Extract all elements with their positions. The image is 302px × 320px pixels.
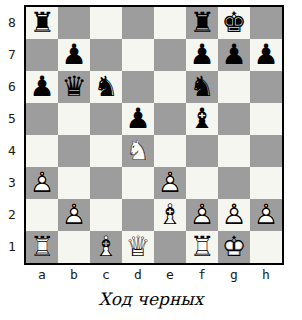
black-knight-icon: ♞ (90, 71, 122, 103)
square-a6[interactable]: ♟ (26, 71, 58, 103)
rank-label-5: 5 (0, 103, 24, 135)
white-pawn-icon: ♟♙ (218, 199, 250, 231)
white-king-icon: ♚♔ (218, 231, 250, 263)
square-d6[interactable] (122, 71, 154, 103)
black-rook-icon: ♜ (26, 7, 58, 39)
square-e7[interactable] (154, 39, 186, 71)
white-knight-icon: ♞♘ (122, 135, 154, 167)
white-queen-icon: ♛♕ (122, 231, 154, 263)
square-c1[interactable]: ♝♗ (90, 231, 122, 263)
square-h5[interactable] (250, 103, 282, 135)
white-pawn-icon: ♟♙ (250, 199, 282, 231)
square-b5[interactable] (58, 103, 90, 135)
white-pawn-icon: ♟♙ (26, 167, 58, 199)
square-f6[interactable]: ♞ (186, 71, 218, 103)
square-b4[interactable] (58, 135, 90, 167)
square-c3[interactable] (90, 167, 122, 199)
file-label-e: e (154, 265, 186, 285)
file-label-h: h (250, 265, 282, 285)
square-e2[interactable]: ♝♗ (154, 199, 186, 231)
rank-label-8: 8 (0, 7, 24, 39)
file-label-b: b (58, 265, 90, 285)
black-pawn-icon: ♟ (186, 39, 218, 71)
black-knight-icon: ♞ (186, 71, 218, 103)
rank-label-7: 7 (0, 39, 24, 71)
rank-labels: 87654321 (0, 5, 24, 265)
file-label-f: f (186, 265, 218, 285)
white-rook-icon: ♜♖ (186, 231, 218, 263)
square-h1[interactable] (250, 231, 282, 263)
square-c8[interactable] (90, 7, 122, 39)
square-e5[interactable] (154, 103, 186, 135)
black-rook-icon: ♜ (186, 7, 218, 39)
square-f7[interactable]: ♟ (186, 39, 218, 71)
square-h4[interactable] (250, 135, 282, 167)
square-a5[interactable] (26, 103, 58, 135)
square-h8[interactable] (250, 7, 282, 39)
square-g4[interactable] (218, 135, 250, 167)
rank-label-6: 6 (0, 71, 24, 103)
square-a8[interactable]: ♜ (26, 7, 58, 39)
square-h7[interactable]: ♟ (250, 39, 282, 71)
square-c5[interactable] (90, 103, 122, 135)
chess-board: ♜♜♚♟♟♟♟♟♛♞♞♟♝♞♘♟♙♟♙♟♙♝♗♟♙♟♙♟♙♜♖♝♗♛♕♜♖♚♔ (24, 5, 284, 265)
square-h3[interactable] (250, 167, 282, 199)
square-b8[interactable] (58, 7, 90, 39)
file-label-c: c (90, 265, 122, 285)
square-c4[interactable] (90, 135, 122, 167)
square-d5[interactable]: ♟ (122, 103, 154, 135)
file-label-g: g (218, 265, 250, 285)
square-e6[interactable] (154, 71, 186, 103)
chess-diagram: 87654321 ♜♜♚♟♟♟♟♟♛♞♞♟♝♞♘♟♙♟♙♟♙♝♗♟♙♟♙♟♙♜♖… (0, 0, 302, 320)
square-h2[interactable]: ♟♙ (250, 199, 282, 231)
square-e8[interactable] (154, 7, 186, 39)
black-pawn-icon: ♟ (58, 39, 90, 71)
file-label-d: d (122, 265, 154, 285)
square-b1[interactable] (58, 231, 90, 263)
black-king-icon: ♚ (218, 7, 250, 39)
square-f1[interactable]: ♜♖ (186, 231, 218, 263)
rank-label-4: 4 (0, 135, 24, 167)
square-h6[interactable] (250, 71, 282, 103)
square-c7[interactable] (90, 39, 122, 71)
rank-label-1: 1 (0, 231, 24, 263)
square-e3[interactable]: ♟♙ (154, 167, 186, 199)
square-e4[interactable] (154, 135, 186, 167)
square-a3[interactable]: ♟♙ (26, 167, 58, 199)
square-f3[interactable] (186, 167, 218, 199)
square-g1[interactable]: ♚♔ (218, 231, 250, 263)
black-pawn-icon: ♟ (250, 39, 282, 71)
square-d8[interactable] (122, 7, 154, 39)
square-g3[interactable] (218, 167, 250, 199)
square-d1[interactable]: ♛♕ (122, 231, 154, 263)
square-g2[interactable]: ♟♙ (218, 199, 250, 231)
square-f4[interactable] (186, 135, 218, 167)
square-f2[interactable]: ♟♙ (186, 199, 218, 231)
black-pawn-icon: ♟ (26, 71, 58, 103)
square-f8[interactable]: ♜ (186, 7, 218, 39)
white-bishop-icon: ♝♗ (90, 231, 122, 263)
square-g6[interactable] (218, 71, 250, 103)
rank-label-2: 2 (0, 199, 24, 231)
square-c2[interactable] (90, 199, 122, 231)
square-e1[interactable] (154, 231, 186, 263)
square-d2[interactable] (122, 199, 154, 231)
square-b6[interactable]: ♛ (58, 71, 90, 103)
square-g8[interactable]: ♚ (218, 7, 250, 39)
black-pawn-icon: ♟ (218, 39, 250, 71)
black-bishop-icon: ♝ (186, 103, 218, 135)
move-indicator-caption: Ход черных (0, 289, 302, 309)
square-b7[interactable]: ♟ (58, 39, 90, 71)
square-g5[interactable] (218, 103, 250, 135)
white-rook-icon: ♜♖ (26, 231, 58, 263)
white-pawn-icon: ♟♙ (154, 167, 186, 199)
square-d7[interactable] (122, 39, 154, 71)
square-a7[interactable] (26, 39, 58, 71)
file-label-a: a (26, 265, 58, 285)
black-queen-icon: ♛ (58, 71, 90, 103)
square-b3[interactable] (58, 167, 90, 199)
square-a2[interactable] (26, 199, 58, 231)
file-labels: abcdefgh (26, 265, 302, 285)
square-d4[interactable]: ♞♘ (122, 135, 154, 167)
square-c6[interactable]: ♞ (90, 71, 122, 103)
square-b2[interactable]: ♟♙ (58, 199, 90, 231)
white-pawn-icon: ♟♙ (186, 199, 218, 231)
white-pawn-icon: ♟♙ (58, 199, 90, 231)
rank-label-3: 3 (0, 167, 24, 199)
black-pawn-icon: ♟ (122, 103, 154, 135)
square-g7[interactable]: ♟ (218, 39, 250, 71)
square-f5[interactable]: ♝ (186, 103, 218, 135)
square-d3[interactable] (122, 167, 154, 199)
square-a4[interactable] (26, 135, 58, 167)
square-a1[interactable]: ♜♖ (26, 231, 58, 263)
white-bishop-icon: ♝♗ (154, 199, 186, 231)
